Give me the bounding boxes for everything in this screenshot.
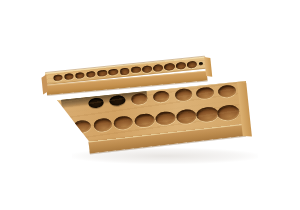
pit-large-far-4 bbox=[153, 91, 171, 103]
pit-large-far-2 bbox=[109, 95, 125, 106]
pit-large-near-8 bbox=[216, 104, 239, 121]
pit-small-row-5 bbox=[97, 70, 107, 77]
pit-small-row-3 bbox=[75, 72, 85, 79]
pit-small-row-2 bbox=[64, 73, 74, 80]
pit-large-near-2 bbox=[93, 117, 113, 132]
pit-large-near-5 bbox=[155, 110, 177, 126]
pit-large-far-5 bbox=[174, 88, 192, 101]
pit-small-row-7 bbox=[120, 67, 130, 74]
board-small-aux-hole bbox=[198, 62, 203, 66]
pit-large-near-6 bbox=[175, 108, 197, 124]
scene bbox=[0, 0, 300, 210]
pit-small-row-8 bbox=[131, 66, 142, 74]
pit-large-far-1 bbox=[88, 98, 104, 109]
pit-small-row-10 bbox=[153, 64, 164, 72]
pit-large-near-7 bbox=[196, 106, 219, 123]
pit-small-row-4 bbox=[86, 71, 96, 78]
pit-small-row-9 bbox=[142, 65, 153, 73]
board-small-pits-row bbox=[45, 57, 205, 73]
pit-large-far-3 bbox=[131, 93, 148, 105]
board-small-right-end-face bbox=[204, 57, 212, 77]
pit-small-row-12 bbox=[175, 61, 186, 69]
pit-large-far-7 bbox=[217, 84, 236, 98]
pit-large-near-4 bbox=[134, 113, 155, 129]
pit-large-far-6 bbox=[196, 86, 215, 99]
pit-large-near-1 bbox=[72, 119, 91, 133]
pit-small-row-11 bbox=[164, 63, 175, 71]
pit-small-row-6 bbox=[108, 69, 118, 76]
pit-small-row-13 bbox=[186, 60, 197, 68]
pit-large-near-3 bbox=[113, 115, 133, 130]
pit-small-row-1 bbox=[53, 75, 63, 82]
